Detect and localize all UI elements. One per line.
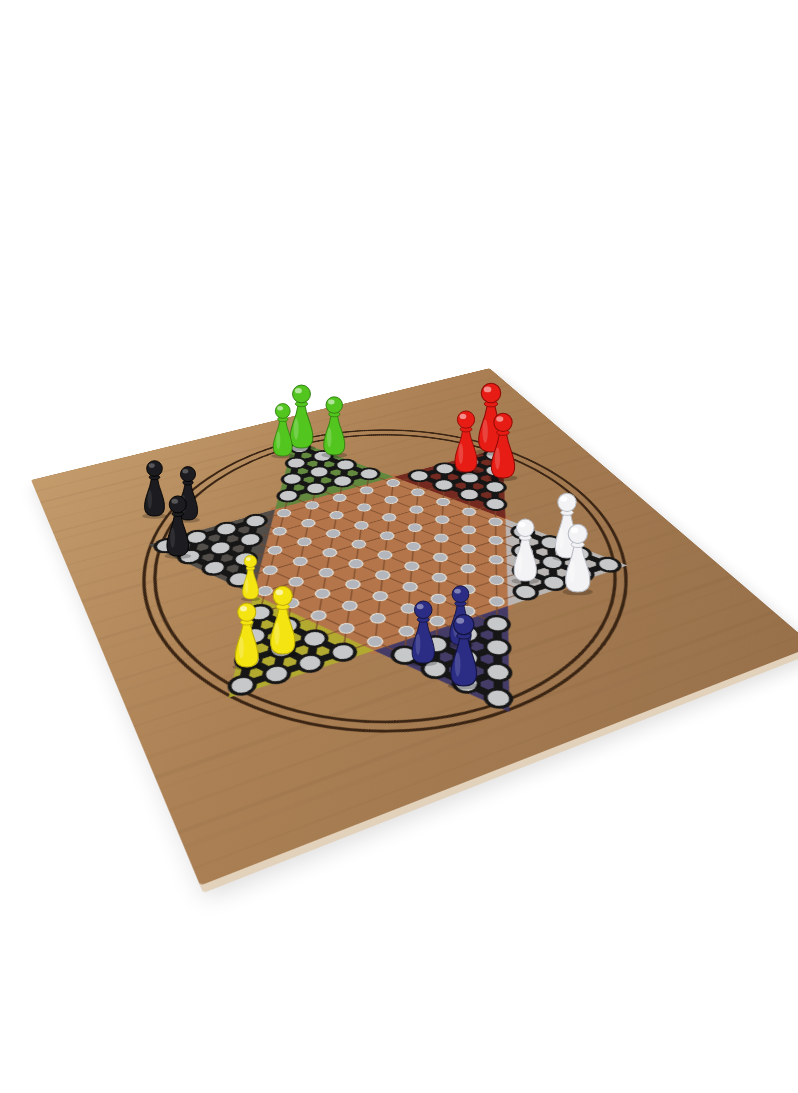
pawn-red[interactable] [486, 410, 520, 481]
pawn-black[interactable] [162, 493, 194, 559]
pawn-yellow[interactable] [265, 583, 301, 658]
product-photo: chinese-checkers [0, 0, 798, 1093]
pawn-white[interactable] [509, 516, 542, 584]
pawn-red[interactable] [450, 408, 482, 475]
pawn-yellow[interactable] [230, 600, 264, 670]
pawn-yellow[interactable] [239, 553, 262, 601]
pawn-white[interactable] [560, 521, 596, 596]
pawn-blue[interactable] [407, 598, 440, 666]
pawn-green[interactable] [269, 401, 297, 459]
pawn-blue[interactable] [445, 611, 483, 690]
pawn-green[interactable] [319, 394, 350, 458]
